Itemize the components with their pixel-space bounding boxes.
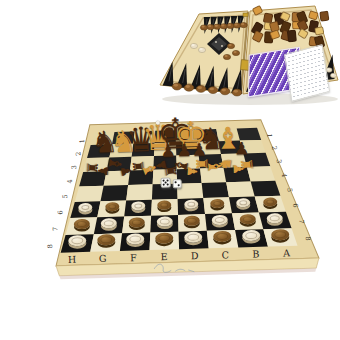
checker-dark-a6 [263, 197, 277, 206]
checker-light-b6 [236, 198, 250, 207]
checker-dark-e8 [155, 233, 173, 245]
checker-dark-a8 [271, 229, 289, 241]
die-pip [175, 181, 177, 183]
checker-light-d8 [184, 232, 202, 244]
piece-layer: ♞♞♛♛♚♚♞♝♟♟♟♟♜♟♝♟♜♝♟♜♝♟♜♝♞♟♜ [0, 0, 340, 340]
die-pip [167, 180, 169, 182]
checker-dark-g8 [97, 234, 115, 246]
product-photo: HGFEDCBA1122334455667788 ♞♞♛♛♚♚♞♝♟♟♟♟♜♟♝… [0, 0, 340, 340]
chess-checkers-board: HGFEDCBA1122334455667788 ♞♞♛♛♚♚♞♝♟♟♟♟♜♟♝… [0, 0, 340, 340]
checker-light-d6 [184, 199, 198, 208]
checker-light-h8 [68, 235, 86, 247]
checker-light-g7 [101, 218, 117, 228]
checker-light-f8 [126, 233, 144, 245]
checker-dark-e6 [157, 200, 171, 209]
checker-light-h6 [79, 202, 93, 211]
checker-light-c7 [212, 214, 228, 224]
die-pip [163, 184, 165, 186]
checker-dark-b7 [239, 213, 255, 223]
fallen-light-piece: ♜ [240, 157, 256, 172]
die-pip [167, 184, 169, 186]
checker-dark-c8 [213, 231, 231, 243]
die-showing-5 [160, 177, 170, 187]
checker-dark-d7 [184, 215, 200, 225]
checker-light-a7 [267, 213, 283, 223]
checker-dark-g6 [105, 202, 119, 211]
checker-dark-f7 [129, 217, 145, 227]
checker-dark-c6 [210, 198, 224, 207]
checker-light-f6 [131, 201, 145, 210]
checker-dark-h7 [74, 218, 90, 228]
die-pip [178, 184, 180, 186]
checker-light-b8 [242, 230, 260, 242]
standing-dark-pawn: ♟ [233, 140, 250, 157]
checker-light-e7 [156, 216, 172, 226]
die-showing-2 [173, 179, 182, 188]
